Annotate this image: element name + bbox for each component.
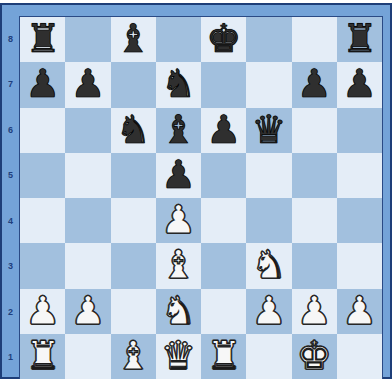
square-c5[interactable] [111,153,156,198]
square-h1[interactable] [337,334,382,379]
square-b3[interactable] [65,243,110,288]
square-h2[interactable]: ♟ [337,289,382,334]
square-f8[interactable] [246,17,291,62]
square-a3[interactable] [20,243,65,288]
piece-white-pawn[interactable]: ♟ [70,289,105,333]
square-a5[interactable] [20,153,65,198]
board-frame: 87654321 ♜♝♚♜♟♟♞♟♟♞♝♟♛♟♟♝♞♟♟♞♟♟♟♜♝♛♜♚ AB… [0,3,392,379]
square-c3[interactable] [111,243,156,288]
square-e4[interactable] [201,198,246,243]
square-h4[interactable] [337,198,382,243]
square-d5[interactable]: ♟ [156,153,201,198]
rank-labels: 87654321 [3,16,18,379]
piece-black-pawn[interactable]: ♟ [206,108,241,152]
square-b7[interactable]: ♟ [65,62,110,107]
square-d3[interactable]: ♝ [156,243,201,288]
piece-black-queen[interactable]: ♛ [251,108,286,152]
piece-white-king[interactable]: ♚ [297,334,332,378]
square-e1[interactable]: ♜ [201,334,246,379]
piece-black-pawn[interactable]: ♟ [297,62,332,106]
square-b4[interactable] [65,198,110,243]
piece-white-pawn[interactable]: ♟ [342,289,377,333]
piece-black-bishop[interactable]: ♝ [161,108,196,152]
square-f6[interactable]: ♛ [246,108,291,153]
square-g8[interactable] [292,17,337,62]
square-b5[interactable] [65,153,110,198]
square-g5[interactable] [292,153,337,198]
piece-white-bishop[interactable]: ♝ [161,243,196,287]
square-e5[interactable] [201,153,246,198]
square-d6[interactable]: ♝ [156,108,201,153]
square-a8[interactable]: ♜ [20,17,65,62]
square-a7[interactable]: ♟ [20,62,65,107]
square-e2[interactable] [201,289,246,334]
square-f2[interactable]: ♟ [246,289,291,334]
square-h8[interactable]: ♜ [337,17,382,62]
rank-label: 4 [3,198,18,244]
square-c2[interactable] [111,289,156,334]
rank-label: 1 [3,335,18,379]
square-c6[interactable]: ♞ [111,108,156,153]
piece-white-knight[interactable]: ♞ [251,243,286,287]
square-c4[interactable] [111,198,156,243]
square-d7[interactable]: ♞ [156,62,201,107]
square-g4[interactable] [292,198,337,243]
square-c7[interactable] [111,62,156,107]
square-a1[interactable]: ♜ [20,334,65,379]
rank-label: 6 [3,107,18,153]
square-f7[interactable] [246,62,291,107]
chess-board[interactable]: ♜♝♚♜♟♟♞♟♟♞♝♟♛♟♟♝♞♟♟♞♟♟♟♜♝♛♜♚ [19,16,383,379]
piece-black-king[interactable]: ♚ [206,17,241,61]
square-c1[interactable]: ♝ [111,334,156,379]
square-d1[interactable]: ♛ [156,334,201,379]
square-g6[interactable] [292,108,337,153]
square-b6[interactable] [65,108,110,153]
square-e3[interactable] [201,243,246,288]
piece-black-pawn[interactable]: ♟ [70,62,105,106]
piece-white-rook[interactable]: ♜ [25,334,60,378]
square-f4[interactable] [246,198,291,243]
piece-white-pawn[interactable]: ♟ [25,289,60,333]
square-g1[interactable]: ♚ [292,334,337,379]
square-f3[interactable]: ♞ [246,243,291,288]
square-g3[interactable] [292,243,337,288]
square-e8[interactable]: ♚ [201,17,246,62]
piece-white-bishop[interactable]: ♝ [116,334,151,378]
square-a2[interactable]: ♟ [20,289,65,334]
piece-white-knight[interactable]: ♞ [161,289,196,333]
square-a6[interactable] [20,108,65,153]
square-e7[interactable] [201,62,246,107]
piece-white-pawn[interactable]: ♟ [251,289,286,333]
rank-label: 3 [3,244,18,290]
square-b8[interactable] [65,17,110,62]
square-g7[interactable]: ♟ [292,62,337,107]
rank-label: 2 [3,289,18,335]
piece-white-pawn[interactable]: ♟ [161,198,196,242]
piece-black-knight[interactable]: ♞ [116,108,151,152]
square-f5[interactable] [246,153,291,198]
rank-label: 7 [3,62,18,108]
rank-label: 5 [3,153,18,199]
piece-black-pawn[interactable]: ♟ [161,153,196,197]
square-h3[interactable] [337,243,382,288]
square-d4[interactable]: ♟ [156,198,201,243]
piece-white-rook[interactable]: ♜ [206,334,241,378]
square-e6[interactable]: ♟ [201,108,246,153]
piece-black-rook[interactable]: ♜ [342,17,377,61]
square-h7[interactable]: ♟ [337,62,382,107]
square-f1[interactable] [246,334,291,379]
piece-black-pawn[interactable]: ♟ [25,62,60,106]
square-a4[interactable] [20,198,65,243]
square-b1[interactable] [65,334,110,379]
square-h5[interactable] [337,153,382,198]
square-g2[interactable]: ♟ [292,289,337,334]
square-d8[interactable] [156,17,201,62]
piece-black-rook[interactable]: ♜ [25,17,60,61]
square-d2[interactable]: ♞ [156,289,201,334]
square-h6[interactable] [337,108,382,153]
piece-black-knight[interactable]: ♞ [161,62,196,106]
rank-label: 8 [3,16,18,62]
piece-black-pawn[interactable]: ♟ [342,62,377,106]
piece-white-queen[interactable]: ♛ [161,334,196,378]
square-b2[interactable]: ♟ [65,289,110,334]
square-c8[interactable]: ♝ [111,17,156,62]
piece-white-pawn[interactable]: ♟ [297,289,332,333]
piece-black-bishop[interactable]: ♝ [116,17,151,61]
chess-board-window: 87654321 ♜♝♚♜♟♟♞♟♟♞♝♟♛♟♟♝♞♟♟♞♟♟♟♜♝♛♜♚ AB… [0,0,392,379]
